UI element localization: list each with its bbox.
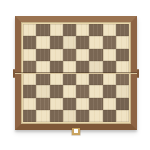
square-f3[interactable] <box>89 85 102 97</box>
square-a5[interactable] <box>23 61 36 73</box>
square-c5[interactable] <box>50 61 63 73</box>
square-d3[interactable] <box>63 85 76 97</box>
square-a3[interactable] <box>23 85 36 97</box>
square-e4[interactable] <box>76 73 89 85</box>
square-d1[interactable] <box>63 110 76 122</box>
chess-board <box>15 16 137 130</box>
square-e6[interactable] <box>76 49 89 61</box>
square-b6[interactable] <box>36 49 49 61</box>
square-b8[interactable] <box>36 24 49 36</box>
square-b3[interactable] <box>36 85 49 97</box>
square-b1[interactable] <box>36 110 49 122</box>
square-e3[interactable] <box>76 85 89 97</box>
square-h1[interactable] <box>116 110 129 122</box>
square-g1[interactable] <box>103 110 116 122</box>
square-f4[interactable] <box>89 73 102 85</box>
square-h4[interactable] <box>116 73 129 85</box>
square-b4[interactable] <box>36 73 49 85</box>
square-d5[interactable] <box>63 61 76 73</box>
hinge-left-icon <box>13 69 15 78</box>
square-a1[interactable] <box>23 110 36 122</box>
square-c8[interactable] <box>50 24 63 36</box>
square-a6[interactable] <box>23 49 36 61</box>
square-c6[interactable] <box>50 49 63 61</box>
square-b2[interactable] <box>36 98 49 110</box>
square-h2[interactable] <box>116 98 129 110</box>
square-g4[interactable] <box>103 73 116 85</box>
square-h8[interactable] <box>116 24 129 36</box>
square-f5[interactable] <box>89 61 102 73</box>
board-margin <box>21 22 131 124</box>
square-c1[interactable] <box>50 110 63 122</box>
square-g6[interactable] <box>103 49 116 61</box>
square-f8[interactable] <box>89 24 102 36</box>
square-e8[interactable] <box>76 24 89 36</box>
square-g2[interactable] <box>103 98 116 110</box>
square-c3[interactable] <box>50 85 63 97</box>
square-g8[interactable] <box>103 24 116 36</box>
square-b5[interactable] <box>36 61 49 73</box>
square-a8[interactable] <box>23 24 36 36</box>
square-c2[interactable] <box>50 98 63 110</box>
square-d7[interactable] <box>63 36 76 48</box>
square-e7[interactable] <box>76 36 89 48</box>
square-d8[interactable] <box>63 24 76 36</box>
square-f1[interactable] <box>89 110 102 122</box>
square-e1[interactable] <box>76 110 89 122</box>
board-grid <box>23 24 129 122</box>
square-g3[interactable] <box>103 85 116 97</box>
square-d6[interactable] <box>63 49 76 61</box>
square-a7[interactable] <box>23 36 36 48</box>
square-d2[interactable] <box>63 98 76 110</box>
square-e5[interactable] <box>76 61 89 73</box>
product-photo <box>0 0 150 150</box>
square-c7[interactable] <box>50 36 63 48</box>
square-d4[interactable] <box>63 73 76 85</box>
square-e2[interactable] <box>76 98 89 110</box>
square-g7[interactable] <box>103 36 116 48</box>
hinge-right-icon <box>137 69 139 78</box>
square-f2[interactable] <box>89 98 102 110</box>
square-a2[interactable] <box>23 98 36 110</box>
square-g5[interactable] <box>103 61 116 73</box>
square-b7[interactable] <box>36 36 49 48</box>
square-f7[interactable] <box>89 36 102 48</box>
square-f6[interactable] <box>89 49 102 61</box>
square-c4[interactable] <box>50 73 63 85</box>
square-a4[interactable] <box>23 73 36 85</box>
square-h3[interactable] <box>116 85 129 97</box>
square-h7[interactable] <box>116 36 129 48</box>
square-h6[interactable] <box>116 49 129 61</box>
clasp-latch-icon <box>72 128 80 135</box>
square-h5[interactable] <box>116 61 129 73</box>
